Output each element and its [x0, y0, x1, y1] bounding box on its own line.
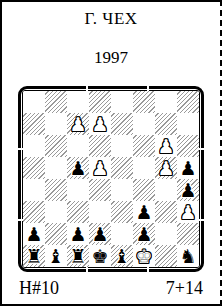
- square-f8: [133, 91, 155, 113]
- piece-black-bishop: ♝: [45, 245, 67, 267]
- piece-black-pawn: ♟: [133, 223, 155, 245]
- square-d1: ♚: [89, 245, 111, 267]
- chess-board: ♟♟♟♟♟♟♟♟♟♟♟♟♟♟♜♝♜♚♝♚♞: [23, 91, 199, 267]
- problem-card: Г. ЧЕХ 1997 ♟♟♟♟♟♟♟♟♟♟♟♟♟♟♜♝♜♚♝♚♞ H#10 7…: [0, 0, 222, 306]
- square-a1: ♜: [23, 245, 45, 267]
- square-h5: ♟: [177, 157, 199, 179]
- piece-black-rook: ♜: [67, 245, 89, 267]
- square-d8: [89, 91, 111, 113]
- square-e2: [111, 223, 133, 245]
- square-a3: [23, 201, 45, 223]
- border-notch: [86, 85, 88, 91]
- piece-black-pawn: ♟: [133, 201, 155, 223]
- square-a6: [23, 135, 45, 157]
- square-f2: ♟: [133, 223, 155, 245]
- square-e7: [111, 113, 133, 135]
- piece-white-pawn: ♟: [67, 113, 89, 135]
- square-f6: [133, 135, 155, 157]
- piece-black-pawn: ♟: [89, 223, 111, 245]
- square-b3: [45, 201, 67, 223]
- square-f5: [133, 157, 155, 179]
- square-h8: [177, 91, 199, 113]
- square-e4: [111, 179, 133, 201]
- square-c8: [67, 91, 89, 113]
- piece-black-king: ♚: [89, 245, 111, 267]
- square-f1: ♚: [133, 245, 155, 267]
- square-e6: [111, 135, 133, 157]
- caption-row: H#10 7+14: [2, 278, 220, 299]
- square-c4: [67, 179, 89, 201]
- square-h7: [177, 113, 199, 135]
- square-a5: [23, 157, 45, 179]
- square-b6: [45, 135, 67, 157]
- piece-black-pawn: ♟: [67, 223, 89, 245]
- square-h2: [177, 223, 199, 245]
- square-d7: ♟: [89, 113, 111, 135]
- piece-white-pawn: ♟: [89, 157, 111, 179]
- square-c2: ♟: [67, 223, 89, 245]
- square-g3: [155, 201, 177, 223]
- piece-count-label: 7+14: [166, 278, 203, 299]
- square-d6: [89, 135, 111, 157]
- square-b5: [45, 157, 67, 179]
- piece-black-bishop: ♝: [111, 245, 133, 267]
- piece-black-rook: ♜: [23, 245, 45, 267]
- border-notch: [147, 267, 149, 273]
- square-f4: [133, 179, 155, 201]
- piece-white-pawn: ♟: [89, 113, 111, 135]
- square-b4: [45, 179, 67, 201]
- square-d5: ♟: [89, 157, 111, 179]
- square-a8: [23, 91, 45, 113]
- square-g2: [155, 223, 177, 245]
- chess-board-inner-frame: ♟♟♟♟♟♟♟♟♟♟♟♟♟♟♜♝♜♚♝♚♞: [22, 90, 200, 268]
- square-c1: ♜: [67, 245, 89, 267]
- square-g4: [155, 179, 177, 201]
- square-h6: [177, 135, 199, 157]
- square-a2: ♟: [23, 223, 45, 245]
- piece-black-pawn: ♟: [23, 223, 45, 245]
- piece-white-king: ♚: [133, 245, 155, 267]
- square-h4: ♟: [177, 179, 199, 201]
- square-g1: [155, 245, 177, 267]
- square-a7: [23, 113, 45, 135]
- square-g8: [155, 91, 177, 113]
- square-g7: [155, 113, 177, 135]
- piece-white-pawn: ♟: [177, 201, 199, 223]
- border-notch: [17, 219, 23, 221]
- square-b7: [45, 113, 67, 135]
- square-g5: ♟: [155, 157, 177, 179]
- year: 1997: [2, 48, 220, 68]
- square-e5: [111, 157, 133, 179]
- piece-black-pawn: ♟: [177, 179, 199, 201]
- piece-white-pawn: ♟: [155, 157, 177, 179]
- border-notch: [199, 219, 205, 221]
- square-b1: ♝: [45, 245, 67, 267]
- square-d3: [89, 201, 111, 223]
- square-h1: ♞: [177, 245, 199, 267]
- square-c3: [67, 201, 89, 223]
- piece-black-pawn: ♟: [67, 157, 89, 179]
- chess-board-frame: ♟♟♟♟♟♟♟♟♟♟♟♟♟♟♜♝♜♚♝♚♞: [18, 86, 204, 272]
- border-notch: [86, 267, 88, 273]
- border-notch: [147, 85, 149, 91]
- piece-black-pawn: ♟: [177, 157, 199, 179]
- square-d2: ♟: [89, 223, 111, 245]
- square-f7: [133, 113, 155, 135]
- author-name: Г. ЧЕХ: [2, 9, 220, 29]
- board-area: ♟♟♟♟♟♟♟♟♟♟♟♟♟♟♜♝♜♚♝♚♞: [2, 86, 220, 272]
- piece-white-pawn: ♟: [155, 135, 177, 157]
- stipulation-label: H#10: [19, 278, 59, 299]
- square-h3: ♟: [177, 201, 199, 223]
- square-c6: [67, 135, 89, 157]
- square-b8: [45, 91, 67, 113]
- square-c5: ♟: [67, 157, 89, 179]
- square-e8: [111, 91, 133, 113]
- square-e1: ♝: [111, 245, 133, 267]
- border-notch: [17, 148, 23, 150]
- border-notch: [199, 148, 205, 150]
- square-a4: [23, 179, 45, 201]
- square-b2: [45, 223, 67, 245]
- piece-black-knight: ♞: [177, 245, 199, 267]
- square-c7: ♟: [67, 113, 89, 135]
- square-d4: [89, 179, 111, 201]
- square-e3: [111, 201, 133, 223]
- square-f3: ♟: [133, 201, 155, 223]
- square-g6: ♟: [155, 135, 177, 157]
